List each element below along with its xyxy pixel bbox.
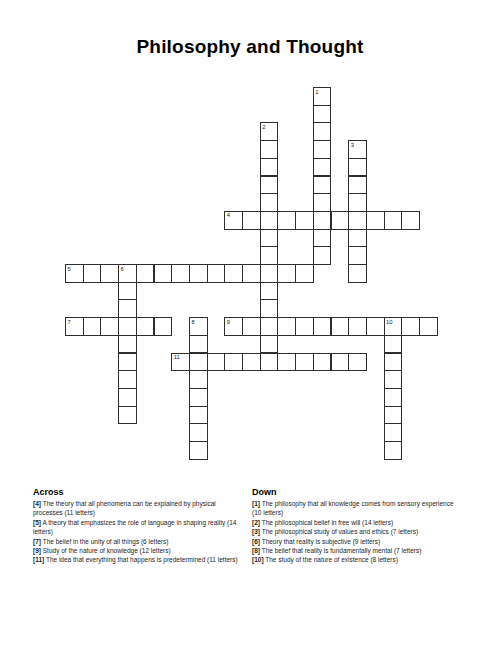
- crossword-cell[interactable]: [277, 211, 296, 230]
- crossword-cell[interactable]: 8: [189, 317, 208, 336]
- cell-number: 11: [174, 354, 180, 360]
- clue-number: [2]: [252, 519, 260, 526]
- clue-down-6: [6] Theory that reality is subjective (9…: [252, 537, 464, 546]
- cell-number: 2: [262, 124, 265, 130]
- clue-number: [8]: [252, 547, 260, 554]
- crossword-cell[interactable]: [348, 211, 367, 230]
- crossword-cell[interactable]: [384, 370, 403, 389]
- crossword-cell[interactable]: [313, 211, 332, 230]
- crossword-cell[interactable]: [154, 317, 173, 336]
- crossword-cell[interactable]: [348, 193, 367, 212]
- crossword-cell[interactable]: [313, 140, 332, 159]
- crossword-cell[interactable]: [401, 211, 420, 230]
- clue-text: The study of the nature of existence (8 …: [265, 556, 398, 563]
- clue-text: The theory that all phenomena can be exp…: [33, 500, 216, 516]
- crossword-cell[interactable]: [118, 282, 137, 301]
- clue-number: [7]: [33, 538, 41, 545]
- clue-text: The belief that reality is fundamentally…: [262, 547, 422, 554]
- crossword-cell[interactable]: [189, 406, 208, 425]
- crossword-cell[interactable]: [313, 176, 332, 195]
- crossword-cell[interactable]: [100, 264, 119, 283]
- across-header: Across: [33, 487, 240, 497]
- crossword-cell[interactable]: [260, 140, 279, 159]
- crossword-cell[interactable]: [313, 193, 332, 212]
- crossword-cell[interactable]: [313, 353, 332, 372]
- crossword-cell[interactable]: 1: [313, 87, 332, 106]
- crossword-cell[interactable]: 6: [118, 264, 137, 283]
- crossword-cell[interactable]: [366, 317, 385, 336]
- crossword-cell[interactable]: [224, 353, 243, 372]
- cell-number: 3: [351, 142, 354, 148]
- crossword-cell[interactable]: [295, 211, 314, 230]
- crossword-cell[interactable]: [295, 353, 314, 372]
- crossword-cell[interactable]: [154, 264, 173, 283]
- clue-down-1: [1] The philosophy that all knowledge co…: [252, 499, 464, 518]
- crossword-cell[interactable]: 11: [171, 353, 190, 372]
- crossword-cell[interactable]: [118, 370, 137, 389]
- cell-number: 5: [68, 266, 71, 272]
- crossword-cell[interactable]: [260, 335, 279, 354]
- crossword-cell[interactable]: [118, 388, 137, 407]
- clue-number: [1]: [252, 500, 260, 507]
- clue-text: The belief in the unity of all things (6…: [43, 538, 169, 545]
- crossword-cell[interactable]: [313, 158, 332, 177]
- crossword-cell[interactable]: [366, 211, 385, 230]
- crossword-cell[interactable]: [260, 317, 279, 336]
- crossword-cell[interactable]: [260, 193, 279, 212]
- crossword-cell[interactable]: 4: [224, 211, 243, 230]
- crossword-cell[interactable]: [295, 264, 314, 283]
- crossword-cell[interactable]: [313, 317, 332, 336]
- crossword-cell[interactable]: 10: [384, 317, 403, 336]
- crossword-cell[interactable]: [260, 282, 279, 301]
- crossword-cell[interactable]: [118, 353, 137, 372]
- cell-number: 9: [227, 319, 230, 325]
- crossword-cell[interactable]: [348, 317, 367, 336]
- crossword-cell[interactable]: [242, 264, 261, 283]
- crossword-cell[interactable]: [384, 388, 403, 407]
- crossword-cell[interactable]: [136, 317, 155, 336]
- crossword-cell[interactable]: [260, 246, 279, 265]
- crossword-cell[interactable]: [242, 211, 261, 230]
- crossword-cell[interactable]: 3: [348, 140, 367, 159]
- crossword-cell[interactable]: [348, 176, 367, 195]
- crossword-page: Philosophy and Thought 1234567891011 Acr…: [0, 0, 500, 647]
- clue-text: The idea that everything that happens is…: [46, 556, 238, 563]
- crossword-cell[interactable]: [331, 211, 350, 230]
- crossword-cell[interactable]: [348, 264, 367, 283]
- clue-number: [9]: [33, 547, 41, 554]
- crossword-cell[interactable]: [260, 299, 279, 318]
- crossword-cell[interactable]: [277, 353, 296, 372]
- crossword-cell[interactable]: [207, 264, 226, 283]
- crossword-cell[interactable]: 7: [65, 317, 84, 336]
- clue-text: A theory that emphasizes the role of lan…: [33, 519, 236, 535]
- clue-down-2: [2] The philosophical belief in free wil…: [252, 518, 464, 527]
- crossword-cell[interactable]: [313, 246, 332, 265]
- clue-number: [11]: [33, 556, 44, 563]
- crossword-cell[interactable]: [189, 388, 208, 407]
- clue-across-5: [5] A theory that emphasizes the role of…: [33, 518, 240, 537]
- crossword-cell[interactable]: [277, 317, 296, 336]
- crossword-cell[interactable]: [100, 317, 119, 336]
- cell-number: 8: [191, 319, 194, 325]
- clue-text: Theory that reality is subjective (9 let…: [262, 538, 381, 545]
- clue-number: [4]: [33, 500, 41, 507]
- crossword-cell[interactable]: 5: [65, 264, 84, 283]
- crossword-cell[interactable]: [401, 317, 420, 336]
- crossword-cell[interactable]: [83, 317, 102, 336]
- crossword-cell[interactable]: [224, 264, 243, 283]
- clue-text: The philosophical belief in free will (1…: [262, 519, 394, 526]
- across-clues: Across [4] The theory that all phenomena…: [33, 487, 240, 565]
- crossword-cell[interactable]: [277, 264, 296, 283]
- clue-across-4: [4] The theory that all phenomena can be…: [33, 499, 240, 518]
- clue-text: The philosophy that all knowledge comes …: [252, 500, 454, 516]
- crossword-cell[interactable]: [260, 176, 279, 195]
- crossword-cell[interactable]: [348, 229, 367, 248]
- crossword-cell[interactable]: [419, 317, 438, 336]
- crossword-cell[interactable]: [313, 105, 332, 124]
- crossword-cell[interactable]: [189, 441, 208, 460]
- crossword-cell[interactable]: 9: [224, 317, 243, 336]
- crossword-cell[interactable]: [83, 264, 102, 283]
- crossword-cell[interactable]: [260, 211, 279, 230]
- crossword-cell[interactable]: [189, 335, 208, 354]
- clue-number: [6]: [252, 538, 260, 545]
- crossword-cell[interactable]: 2: [260, 122, 279, 141]
- crossword-cell[interactable]: [118, 406, 137, 425]
- crossword-cell[interactable]: [313, 122, 332, 141]
- clue-down-10: [10] The study of the nature of existenc…: [252, 555, 464, 564]
- clue-text: Study of the nature of knowledge (12 let…: [43, 547, 171, 554]
- clue-across-9: [9] Study of the nature of knowledge (12…: [33, 546, 240, 555]
- clue-down-3: [3] The philosophical study of values an…: [252, 527, 464, 536]
- crossword-cell[interactable]: [207, 353, 226, 372]
- clue-across-7: [7] The belief in the unity of all thing…: [33, 537, 240, 546]
- crossword-cell[interactable]: [348, 353, 367, 372]
- clue-number: [10]: [252, 556, 264, 563]
- crossword-cell[interactable]: [118, 335, 137, 354]
- crossword-cell[interactable]: [295, 317, 314, 336]
- cell-number: 1: [315, 89, 318, 95]
- crossword-cell[interactable]: [384, 211, 403, 230]
- cell-number: 6: [121, 266, 124, 272]
- cell-number: 4: [227, 212, 230, 218]
- crossword-cell[interactable]: [384, 335, 403, 354]
- cell-number: 7: [68, 319, 71, 325]
- crossword-cell[interactable]: [189, 423, 208, 442]
- crossword-cell[interactable]: [331, 317, 350, 336]
- crossword-cell[interactable]: [331, 353, 350, 372]
- crossword-cell[interactable]: [260, 353, 279, 372]
- crossword-cell[interactable]: [118, 317, 137, 336]
- crossword-cell[interactable]: [348, 246, 367, 265]
- down-clues: Down [1] The philosophy that all knowled…: [252, 487, 464, 565]
- clue-down-8: [8] The belief that reality is fundament…: [252, 546, 464, 555]
- crossword-cell[interactable]: [189, 353, 208, 372]
- clue-number: [5]: [33, 519, 41, 526]
- crossword-cell[interactable]: [189, 370, 208, 389]
- crossword-cell[interactable]: [384, 423, 403, 442]
- crossword-cell[interactable]: [260, 158, 279, 177]
- crossword-cell[interactable]: [384, 353, 403, 372]
- crossword-cell[interactable]: [313, 229, 332, 248]
- crossword-cell[interactable]: [136, 264, 155, 283]
- clue-across-11: [11] The idea that everything that happe…: [33, 555, 240, 564]
- crossword-cell[interactable]: [384, 406, 403, 425]
- cell-number: 10: [386, 319, 392, 325]
- crossword-cell[interactable]: [189, 264, 208, 283]
- crossword-cell[interactable]: [118, 299, 137, 318]
- crossword-cell[interactable]: [171, 264, 190, 283]
- crossword-cell[interactable]: [260, 264, 279, 283]
- crossword-cell[interactable]: [242, 317, 261, 336]
- crossword-cell[interactable]: [348, 158, 367, 177]
- crossword-cell[interactable]: [242, 353, 261, 372]
- crossword-cell[interactable]: [384, 441, 403, 460]
- clue-number: [3]: [252, 528, 260, 535]
- crossword-cell[interactable]: [260, 229, 279, 248]
- down-header: Down: [252, 487, 464, 497]
- clue-text: The philosophical study of values and et…: [262, 528, 418, 535]
